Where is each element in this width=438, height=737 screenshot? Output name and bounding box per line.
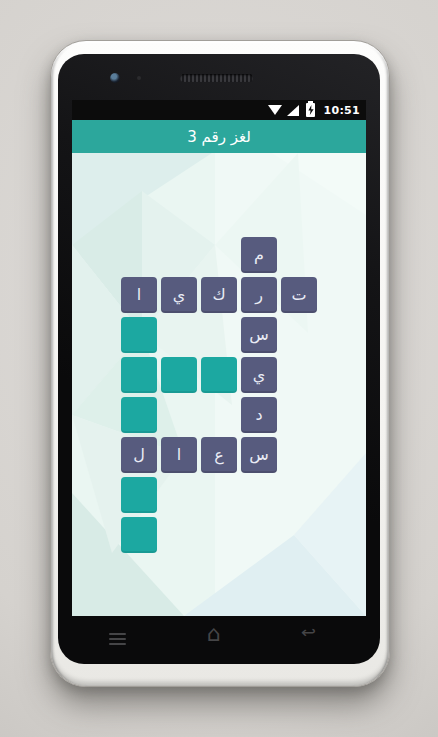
status-bar: 10:51: [72, 100, 366, 120]
grid-cell-letter: ر: [241, 277, 277, 313]
wifi-icon: [268, 105, 282, 115]
grid-cell-letter: ي: [241, 357, 277, 393]
screen-viewport: 10:51 لغز رقم 3: [72, 100, 366, 616]
grid-cell-slot[interactable]: [121, 357, 157, 393]
grid-cell-slot[interactable]: [121, 397, 157, 433]
app-header: لغز رقم 3: [72, 120, 366, 153]
grid-cell-slot[interactable]: [201, 357, 237, 393]
earpiece-speaker: [180, 74, 253, 82]
grid-cell-letter: ع: [201, 437, 237, 473]
signal-icon: [287, 105, 299, 116]
proximity-sensor-icon: [137, 76, 141, 80]
grid-cell-letter: ك: [201, 277, 237, 313]
phone-screen-panel: 10:51 لغز رقم 3: [58, 54, 380, 664]
grid-cell-letter: س: [241, 317, 277, 353]
nav-bar: ⌂ ↩: [58, 616, 380, 664]
grid-cell-slot[interactable]: [121, 477, 157, 513]
grid-cell-letter: د: [241, 397, 277, 433]
menu-icon[interactable]: [109, 633, 126, 648]
battery-charging-icon: [306, 103, 315, 117]
puzzle-area: مايكرتسيدلاعس: [72, 153, 366, 616]
grid-cell-letter: ا: [161, 437, 197, 473]
front-camera-icon: [110, 73, 120, 83]
page-title: لغز رقم 3: [187, 128, 251, 146]
status-time: 10:51: [323, 104, 360, 117]
screenshot-canvas: { "game": "arabic_crossword_puzzle", "pu…: [0, 0, 438, 737]
grid-cell-letter: ي: [161, 277, 197, 313]
back-icon[interactable]: ↩: [301, 625, 316, 641]
grid-cell-slot[interactable]: [121, 517, 157, 553]
grid-cell-slot[interactable]: [161, 357, 197, 393]
phone-body: 10:51 لغز رقم 3: [50, 40, 390, 687]
grid-cell-letter: ل: [121, 437, 157, 473]
grid-cell-letter: ت: [281, 277, 317, 313]
puzzle-grid: مايكرتسيدلاعس: [121, 237, 317, 553]
home-icon[interactable]: ⌂: [207, 623, 221, 645]
grid-cell-letter: س: [241, 437, 277, 473]
grid-cell-letter: ا: [121, 277, 157, 313]
grid-cell-letter: م: [241, 237, 277, 273]
grid-cell-slot[interactable]: [121, 317, 157, 353]
